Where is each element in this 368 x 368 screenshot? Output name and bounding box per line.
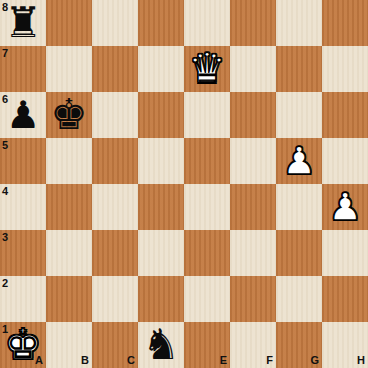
square-e5[interactable] [184,138,230,184]
square-b7[interactable] [46,46,92,92]
square-g8[interactable] [276,0,322,46]
square-e2[interactable] [184,276,230,322]
square-e4[interactable] [184,184,230,230]
square-g1[interactable]: G [276,322,322,368]
white-pawn-icon[interactable]: ♟ [322,184,368,230]
square-g6[interactable] [276,92,322,138]
square-a7[interactable]: 7 [0,46,46,92]
rank-label-2: 2 [2,278,8,289]
square-d5[interactable] [138,138,184,184]
square-f7[interactable] [230,46,276,92]
square-c3[interactable] [92,230,138,276]
square-e7[interactable]: ♛ [184,46,230,92]
square-e6[interactable] [184,92,230,138]
white-pawn-icon[interactable]: ♟ [276,138,322,184]
square-d7[interactable] [138,46,184,92]
rank-label-5: 5 [2,140,8,151]
file-label-g: G [310,355,319,366]
square-c6[interactable] [92,92,138,138]
square-c2[interactable] [92,276,138,322]
square-b5[interactable] [46,138,92,184]
square-g2[interactable] [276,276,322,322]
square-f5[interactable] [230,138,276,184]
square-h1[interactable]: H [322,322,368,368]
square-d4[interactable] [138,184,184,230]
square-a2[interactable]: 2 [0,276,46,322]
square-d3[interactable] [138,230,184,276]
square-h6[interactable] [322,92,368,138]
black-rook-icon[interactable]: ♜ [0,0,46,46]
file-label-b: B [81,355,89,366]
square-b6[interactable]: ♚ [46,92,92,138]
square-b3[interactable] [46,230,92,276]
square-b4[interactable] [46,184,92,230]
square-g3[interactable] [276,230,322,276]
square-g7[interactable] [276,46,322,92]
square-h4[interactable]: ♟ [322,184,368,230]
file-label-f: F [266,355,273,366]
file-label-h: H [357,355,365,366]
square-g4[interactable] [276,184,322,230]
square-e8[interactable] [184,0,230,46]
rank-label-4: 4 [2,186,8,197]
square-b1[interactable]: B [46,322,92,368]
white-queen-icon[interactable]: ♛ [184,46,230,92]
rank-label-7: 7 [2,48,8,59]
square-a4[interactable]: 4 [0,184,46,230]
file-label-e: E [220,355,227,366]
square-h8[interactable] [322,0,368,46]
rank-label-3: 3 [2,232,8,243]
square-c8[interactable] [92,0,138,46]
square-d2[interactable] [138,276,184,322]
square-a3[interactable]: 3 [0,230,46,276]
square-d1[interactable]: D♞ [138,322,184,368]
square-f6[interactable] [230,92,276,138]
black-knight-icon[interactable]: ♞ [138,322,184,368]
square-a8[interactable]: 8♜ [0,0,46,46]
square-a5[interactable]: 5 [0,138,46,184]
black-pawn-icon[interactable]: ♟ [0,92,46,138]
square-e3[interactable] [184,230,230,276]
square-h2[interactable] [322,276,368,322]
square-h5[interactable] [322,138,368,184]
square-a1[interactable]: 1A♚ [0,322,46,368]
square-f3[interactable] [230,230,276,276]
square-c7[interactable] [92,46,138,92]
square-d8[interactable] [138,0,184,46]
square-b8[interactable] [46,0,92,46]
square-c1[interactable]: C [92,322,138,368]
square-f8[interactable] [230,0,276,46]
square-f1[interactable]: F [230,322,276,368]
file-label-c: C [127,355,135,366]
white-king-icon[interactable]: ♚ [0,322,46,368]
chess-board: 8♜7♛6♟♚5♟4♟321A♚BCD♞EFGH [0,0,368,368]
black-king-icon[interactable]: ♚ [46,92,92,138]
square-a6[interactable]: 6♟ [0,92,46,138]
square-g5[interactable]: ♟ [276,138,322,184]
square-h7[interactable] [322,46,368,92]
square-c5[interactable] [92,138,138,184]
square-c4[interactable] [92,184,138,230]
square-f2[interactable] [230,276,276,322]
square-d6[interactable] [138,92,184,138]
square-e1[interactable]: E [184,322,230,368]
square-f4[interactable] [230,184,276,230]
square-b2[interactable] [46,276,92,322]
square-h3[interactable] [322,230,368,276]
